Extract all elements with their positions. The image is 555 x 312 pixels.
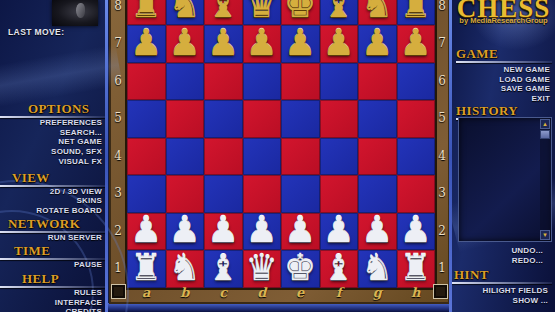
square-e6[interactable] (281, 63, 320, 101)
square-e2[interactable]: ♟ (281, 213, 320, 251)
square-h5[interactable] (397, 100, 436, 138)
section-items-time: PAUSE (0, 260, 105, 270)
menu-item-new-game[interactable]: NEW GAME (456, 65, 550, 75)
menu-item-rules[interactable]: RULES (0, 288, 102, 298)
chess-app-window: LAST MOVE: OPTIONSPREFERENCESSEARCH...NE… (0, 0, 555, 312)
section-title-time: TIME (0, 244, 105, 257)
square-g7[interactable]: ♟ (358, 25, 397, 63)
menu-item-show[interactable]: SHOW ... (452, 296, 548, 306)
square-h6[interactable] (397, 63, 436, 101)
piece-gold-pawn-f7[interactable]: ♟ (323, 24, 355, 61)
section-title-options: OPTIONS (0, 102, 105, 115)
square-h3[interactable] (397, 175, 436, 213)
menu-item-preferences[interactable]: PREFERENCES (0, 118, 102, 128)
section-title-hint: HINT (452, 268, 552, 281)
piece-gold-rook-h8[interactable]: ♜ (400, 0, 432, 23)
menu-item-sound-sfx[interactable]: SOUND, SFX (0, 147, 102, 157)
section-title-view: VIEW (0, 171, 105, 184)
piece-silver-pawn-e2[interactable]: ♟ (284, 211, 316, 248)
frame-corner-inset-right (433, 284, 448, 299)
rank-label-3-left: 3 (109, 175, 127, 213)
square-b6[interactable] (166, 63, 205, 101)
square-a3[interactable] (127, 175, 166, 213)
section-network: NETWORKRUN SERVER (0, 217, 105, 243)
square-f4[interactable] (320, 138, 359, 176)
piece-silver-pawn-c2[interactable]: ♟ (207, 211, 239, 248)
undo-button[interactable]: UNDO... (452, 246, 549, 256)
piece-gold-bishop-c8[interactable]: ♝ (207, 0, 239, 23)
section-view: VIEW2D / 3D VIEWSKINSROTATE BOARD (0, 171, 105, 216)
file-label-a: a (127, 285, 166, 301)
undo-redo-group: UNDO... REDO... (452, 246, 549, 265)
player-portrait (52, 0, 98, 26)
square-b7[interactable]: ♟ (166, 25, 205, 63)
logo-byline: by MediaResearchGroup (452, 16, 555, 25)
section-items-help: RULESINTERFACECREDITS (0, 288, 105, 312)
section-title-network: NETWORK (0, 217, 105, 230)
piece-gold-pawn-d7[interactable]: ♟ (246, 24, 278, 61)
piece-silver-king-e1[interactable]: ♚ (284, 249, 316, 286)
square-a5[interactable] (127, 100, 166, 138)
square-f6[interactable] (320, 63, 359, 101)
square-c1[interactable]: ♝ (204, 250, 243, 288)
rank-label-8-left: 8 (109, 0, 127, 25)
section-items-game: NEW GAMELOAD GAMESAVE GAMEEXIT (456, 65, 552, 104)
file-label-g: g (358, 285, 397, 301)
game-menu-section: GAMENEW GAMELOAD GAMESAVE GAMEEXIT (456, 47, 552, 104)
section-title-game: GAME (456, 47, 552, 60)
square-h1[interactable]: ♜ (397, 250, 436, 288)
square-c5[interactable] (204, 100, 243, 138)
section-items-hint: HILIGHT FIELDSSHOW ... (452, 286, 552, 305)
square-g2[interactable]: ♟ (358, 213, 397, 251)
menu-item-load-game[interactable]: LOAD GAME (456, 75, 550, 85)
piece-silver-pawn-g2[interactable]: ♟ (361, 211, 393, 248)
menu-item-credits[interactable]: CREDITS (0, 307, 102, 312)
piece-gold-bishop-f8[interactable]: ♝ (323, 0, 355, 23)
square-f3[interactable] (320, 175, 359, 213)
piece-silver-pawn-d2[interactable]: ♟ (246, 211, 278, 248)
square-c3[interactable] (204, 175, 243, 213)
menu-item-skins[interactable]: SKINS (0, 196, 102, 206)
square-f5[interactable] (320, 100, 359, 138)
chess-board: ♜♞♝♛♚♝♞♜♟♟♟♟♟♟♟♟♟♟♟♟♟♟♟♟♜♞♝♛♚♝♞♜ (127, 0, 435, 288)
square-a2[interactable]: ♟ (127, 213, 166, 251)
last-move-label: LAST MOVE: (8, 27, 64, 37)
menu-item-2d-3d-view[interactable]: 2D / 3D VIEW (0, 187, 102, 197)
square-b2[interactable]: ♟ (166, 213, 205, 251)
piece-silver-bishop-f1[interactable]: ♝ (323, 249, 355, 286)
square-g4[interactable] (358, 138, 397, 176)
piece-silver-pawn-b2[interactable]: ♟ (169, 211, 201, 248)
section-help: HELPRULESINTERFACECREDITS (0, 272, 105, 312)
menu-item-pause[interactable]: PAUSE (0, 260, 102, 270)
piece-silver-knight-b1[interactable]: ♞ (169, 249, 201, 286)
menu-item-run-server[interactable]: RUN SERVER (0, 233, 102, 243)
square-c4[interactable] (204, 138, 243, 176)
section-options: OPTIONSPREFERENCESSEARCH...NET GAMESOUND… (0, 102, 105, 167)
square-g5[interactable] (358, 100, 397, 138)
section-underline (456, 61, 552, 63)
menu-item-interface[interactable]: INTERFACE (0, 298, 102, 308)
piece-gold-pawn-c7[interactable]: ♟ (207, 24, 239, 61)
face-silhouette (76, 3, 85, 18)
menu-item-visual-fx[interactable]: VISUAL FX (0, 157, 102, 167)
square-h4[interactable] (397, 138, 436, 176)
square-b5[interactable] (166, 100, 205, 138)
square-b4[interactable] (166, 138, 205, 176)
section-items-network: RUN SERVER (0, 233, 105, 243)
piece-silver-bishop-c1[interactable]: ♝ (207, 249, 239, 286)
piece-gold-pawn-a7[interactable]: ♟ (130, 24, 162, 61)
piece-silver-rook-a1[interactable]: ♜ (130, 249, 162, 286)
piece-gold-pawn-b7[interactable]: ♟ (169, 24, 201, 61)
left-menu-panel: LAST MOVE: OPTIONSPREFERENCESSEARCH...NE… (0, 0, 107, 312)
square-c7[interactable]: ♟ (204, 25, 243, 63)
square-a6[interactable] (127, 63, 166, 101)
piece-gold-knight-b8[interactable]: ♞ (169, 0, 201, 23)
panel-separator-left (105, 0, 108, 312)
left-menu-sections: OPTIONSPREFERENCESSEARCH...NET GAMESOUND… (0, 102, 105, 312)
square-d4[interactable] (243, 138, 282, 176)
section-time: TIMEPAUSE (0, 244, 105, 270)
file-label-c: c (204, 285, 243, 301)
square-e3[interactable] (281, 175, 320, 213)
square-f7[interactable]: ♟ (320, 25, 359, 63)
scrollbar-thumb[interactable] (540, 130, 550, 139)
piece-silver-rook-h1[interactable]: ♜ (400, 249, 432, 286)
square-c6[interactable] (204, 63, 243, 101)
piece-silver-pawn-h2[interactable]: ♟ (400, 211, 432, 248)
rank-label-4-left: 4 (109, 138, 127, 176)
square-f1[interactable]: ♝ (320, 250, 359, 288)
piece-gold-pawn-h7[interactable]: ♟ (400, 24, 432, 61)
menu-item-net-game[interactable]: NET GAME (0, 137, 102, 147)
square-g6[interactable] (358, 63, 397, 101)
square-h7[interactable]: ♟ (397, 25, 436, 63)
hint-menu-section: HINTHILIGHT FIELDSSHOW ... (452, 268, 552, 305)
scroll-down-icon[interactable]: ▼ (540, 230, 550, 240)
square-d2[interactable]: ♟ (243, 213, 282, 251)
square-g1[interactable]: ♞ (358, 250, 397, 288)
piece-silver-knight-g1[interactable]: ♞ (361, 249, 393, 286)
piece-gold-rook-a8[interactable]: ♜ (130, 0, 162, 23)
square-b3[interactable] (166, 175, 205, 213)
square-a4[interactable] (127, 138, 166, 176)
file-label-f: f (320, 285, 359, 301)
scroll-up-icon[interactable]: ▲ (540, 119, 550, 129)
rank-label-5-left: 5 (109, 100, 127, 138)
piece-gold-king-e8[interactable]: ♚ (284, 0, 316, 23)
section-game: GAMENEW GAMELOAD GAMESAVE GAMEEXIT (456, 47, 552, 104)
square-d5[interactable] (243, 100, 282, 138)
section-title-help: HELP (0, 272, 105, 285)
menu-item-save-game[interactable]: SAVE GAME (456, 84, 550, 94)
piece-gold-queen-d8[interactable]: ♛ (246, 0, 278, 23)
square-d1[interactable]: ♛ (243, 250, 282, 288)
menu-item-rotate-board[interactable]: ROTATE BOARD (0, 206, 102, 216)
square-d7[interactable]: ♟ (243, 25, 282, 63)
right-menu-panel: CHESS by MediaResearchGroup GAMENEW GAME… (452, 0, 555, 312)
file-label-h: h (397, 285, 436, 301)
chess-board-frame: ♜♞♝♛♚♝♞♜♟♟♟♟♟♟♟♟♟♟♟♟♟♟♟♟♜♞♝♛♚♝♞♜ 8877665… (109, 0, 450, 304)
square-e5[interactable] (281, 100, 320, 138)
square-a7[interactable]: ♟ (127, 25, 166, 63)
move-history-list[interactable]: ▲ ▼ (458, 117, 552, 242)
square-b1[interactable]: ♞ (166, 250, 205, 288)
square-e1[interactable]: ♚ (281, 250, 320, 288)
square-c2[interactable]: ♟ (204, 213, 243, 251)
square-h2[interactable]: ♟ (397, 213, 436, 251)
menu-item-hilight-fields[interactable]: HILIGHT FIELDS (452, 286, 548, 296)
piece-gold-pawn-e7[interactable]: ♟ (284, 24, 316, 61)
piece-silver-pawn-f2[interactable]: ♟ (323, 211, 355, 248)
history-scrollbar[interactable]: ▲ ▼ (540, 119, 550, 240)
square-d3[interactable] (243, 175, 282, 213)
square-g3[interactable] (358, 175, 397, 213)
piece-silver-queen-d1[interactable]: ♛ (246, 249, 278, 286)
section-hint: HINTHILIGHT FIELDSSHOW ... (452, 268, 552, 305)
piece-silver-pawn-a2[interactable]: ♟ (130, 211, 162, 248)
piece-gold-pawn-g7[interactable]: ♟ (361, 24, 393, 61)
redo-button[interactable]: REDO... (452, 256, 549, 266)
square-e7[interactable]: ♟ (281, 25, 320, 63)
file-label-b: b (166, 285, 205, 301)
square-d6[interactable] (243, 63, 282, 101)
section-items-options: PREFERENCESSEARCH...NET GAMESOUND, SFXVI… (0, 118, 105, 167)
panel-separator-right (449, 0, 452, 312)
square-e4[interactable] (281, 138, 320, 176)
file-label-d: d (243, 285, 282, 301)
history-title: HISTORY (456, 104, 552, 117)
menu-item-search[interactable]: SEARCH... (0, 128, 102, 138)
section-underline (452, 282, 552, 284)
section-items-view: 2D / 3D VIEWSKINSROTATE BOARD (0, 187, 105, 216)
piece-gold-knight-g8[interactable]: ♞ (361, 0, 393, 23)
square-a1[interactable]: ♜ (127, 250, 166, 288)
square-f2[interactable]: ♟ (320, 213, 359, 251)
file-label-e: e (281, 285, 320, 301)
